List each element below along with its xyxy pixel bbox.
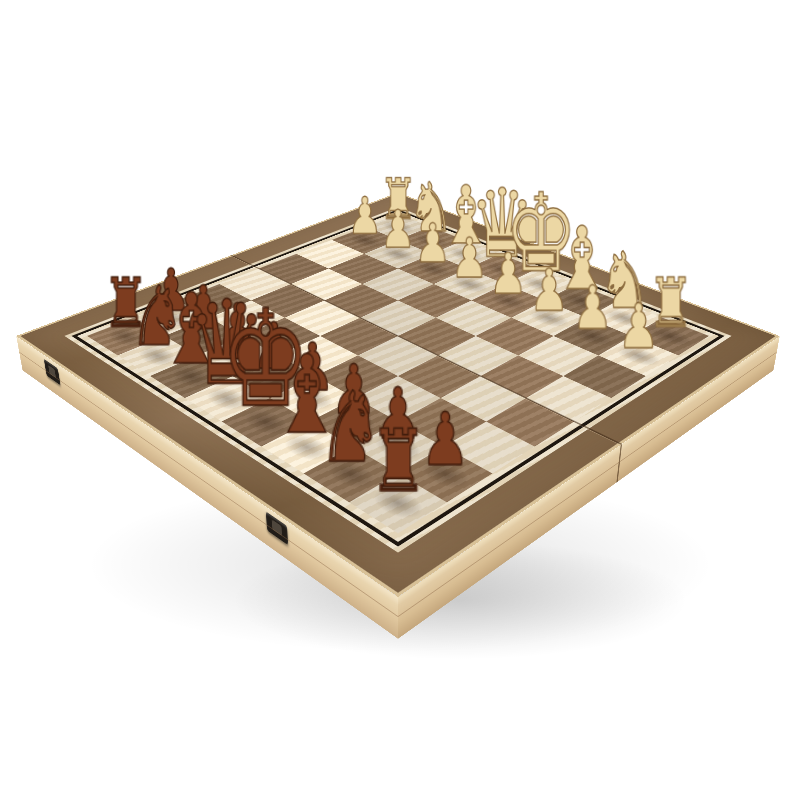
dark-rook-a8: ♜: [322, 312, 473, 501]
piece-glyph: ♟: [618, 298, 660, 355]
fold-seam-side: [616, 444, 622, 483]
piece-glyph: ♜: [369, 423, 427, 502]
product-photo-scene: ♜♞♝♛♚♝♞♜♟♟♟♟♟♟♟♟♟♟♟♟♟♟♟♟♜♞♝♛♚♝♞♜: [0, 0, 800, 800]
light-pawn-a2: ♟: [577, 200, 701, 355]
